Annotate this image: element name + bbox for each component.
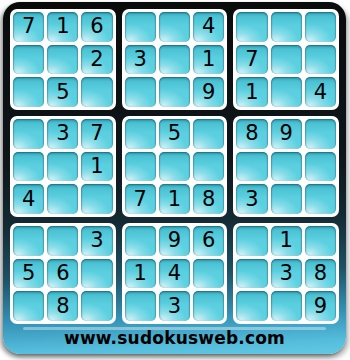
cell-r9c3[interactable] [81, 291, 112, 321]
cell-r8c8[interactable]: 3 [271, 259, 302, 289]
cell-r9c5[interactable]: 3 [159, 291, 190, 321]
cell-r3c3[interactable] [81, 77, 112, 107]
sudoku-board: 716254319714371457188933568961431389 www… [3, 2, 346, 354]
cell-r7c3[interactable]: 3 [81, 226, 112, 256]
cell-r2c9[interactable] [305, 45, 336, 75]
cell-r4c6[interactable] [193, 119, 224, 149]
cell-r6c9[interactable] [305, 184, 336, 214]
cell-r6c4[interactable]: 7 [125, 184, 156, 214]
cell-r7c2[interactable] [47, 226, 78, 256]
cell-r8c4[interactable]: 1 [125, 259, 156, 289]
cell-r4c8[interactable]: 9 [271, 119, 302, 149]
cell-r5c9[interactable] [305, 152, 336, 182]
cell-r9c1[interactable] [13, 291, 44, 321]
cell-r1c2[interactable]: 1 [47, 12, 78, 42]
cell-r2c6[interactable]: 1 [193, 45, 224, 75]
cell-r5c3[interactable]: 1 [81, 152, 112, 182]
box-r2c1: 3714 [10, 116, 116, 217]
box-r2c3: 893 [233, 116, 339, 217]
cell-r1c3[interactable]: 6 [81, 12, 112, 42]
cell-r2c7[interactable]: 7 [236, 45, 267, 75]
cell-r5c2[interactable] [47, 152, 78, 182]
cell-r3c7[interactable]: 1 [236, 77, 267, 107]
box-r1c2: 4319 [122, 9, 228, 110]
cell-r8c2[interactable]: 6 [47, 259, 78, 289]
cell-r8c6[interactable] [193, 259, 224, 289]
cell-r3c6[interactable]: 9 [193, 77, 224, 107]
cell-r1c7[interactable] [236, 12, 267, 42]
sudoku-grid: 716254319714371457188933568961431389 [10, 9, 339, 324]
cell-r8c1[interactable]: 5 [13, 259, 44, 289]
cell-r6c2[interactable] [47, 184, 78, 214]
cell-r1c8[interactable] [271, 12, 302, 42]
cell-r2c1[interactable] [13, 45, 44, 75]
cell-r7c1[interactable] [13, 226, 44, 256]
box-r3c1: 3568 [10, 223, 116, 324]
box-r1c3: 714 [233, 9, 339, 110]
cell-r3c1[interactable] [13, 77, 44, 107]
cell-r4c3[interactable]: 7 [81, 119, 112, 149]
cell-r5c4[interactable] [125, 152, 156, 182]
cell-r6c1[interactable]: 4 [13, 184, 44, 214]
cell-r7c6[interactable]: 6 [193, 226, 224, 256]
cell-r7c9[interactable] [305, 226, 336, 256]
cell-r6c6[interactable]: 8 [193, 184, 224, 214]
cell-r1c6[interactable]: 4 [193, 12, 224, 42]
cell-r2c5[interactable] [159, 45, 190, 75]
box-r1c1: 71625 [10, 9, 116, 110]
cell-r8c9[interactable]: 8 [305, 259, 336, 289]
cell-r7c4[interactable] [125, 226, 156, 256]
cell-r3c8[interactable] [271, 77, 302, 107]
cell-r3c4[interactable] [125, 77, 156, 107]
cell-r2c4[interactable]: 3 [125, 45, 156, 75]
footer-url: www.sudokusweb.com [64, 328, 285, 350]
cell-r9c6[interactable] [193, 291, 224, 321]
cell-r5c5[interactable] [159, 152, 190, 182]
cell-r9c9[interactable]: 9 [305, 291, 336, 321]
cell-r6c8[interactable] [271, 184, 302, 214]
cell-r4c5[interactable]: 5 [159, 119, 190, 149]
cell-r5c1[interactable] [13, 152, 44, 182]
box-r3c2: 96143 [122, 223, 228, 324]
cell-r9c7[interactable] [236, 291, 267, 321]
cell-r1c9[interactable] [305, 12, 336, 42]
cell-r7c8[interactable]: 1 [271, 226, 302, 256]
cell-r2c3[interactable]: 2 [81, 45, 112, 75]
box-r3c3: 1389 [233, 223, 339, 324]
cell-r6c5[interactable]: 1 [159, 184, 190, 214]
cell-r9c8[interactable] [271, 291, 302, 321]
cell-r1c1[interactable]: 7 [13, 12, 44, 42]
cell-r2c2[interactable] [47, 45, 78, 75]
cell-r6c7[interactable]: 3 [236, 184, 267, 214]
cell-r5c6[interactable] [193, 152, 224, 182]
cell-r3c2[interactable]: 5 [47, 77, 78, 107]
cell-r8c3[interactable] [81, 259, 112, 289]
cell-r8c7[interactable] [236, 259, 267, 289]
box-r2c2: 5718 [122, 116, 228, 217]
cell-r7c5[interactable]: 9 [159, 226, 190, 256]
cell-r4c7[interactable]: 8 [236, 119, 267, 149]
cell-r8c5[interactable]: 4 [159, 259, 190, 289]
cell-r5c8[interactable] [271, 152, 302, 182]
cell-r9c4[interactable] [125, 291, 156, 321]
cell-r4c9[interactable] [305, 119, 336, 149]
cell-r3c9[interactable]: 4 [305, 77, 336, 107]
cell-r7c7[interactable] [236, 226, 267, 256]
cell-r3c5[interactable] [159, 77, 190, 107]
cell-r1c5[interactable] [159, 12, 190, 42]
cell-r5c7[interactable] [236, 152, 267, 182]
cell-r4c1[interactable] [13, 119, 44, 149]
cell-r2c8[interactable] [271, 45, 302, 75]
footer-bar: www.sudokusweb.com [10, 324, 339, 354]
cell-r9c2[interactable]: 8 [47, 291, 78, 321]
cell-r4c2[interactable]: 3 [47, 119, 78, 149]
cell-r4c4[interactable] [125, 119, 156, 149]
cell-r6c3[interactable] [81, 184, 112, 214]
cell-r1c4[interactable] [125, 12, 156, 42]
